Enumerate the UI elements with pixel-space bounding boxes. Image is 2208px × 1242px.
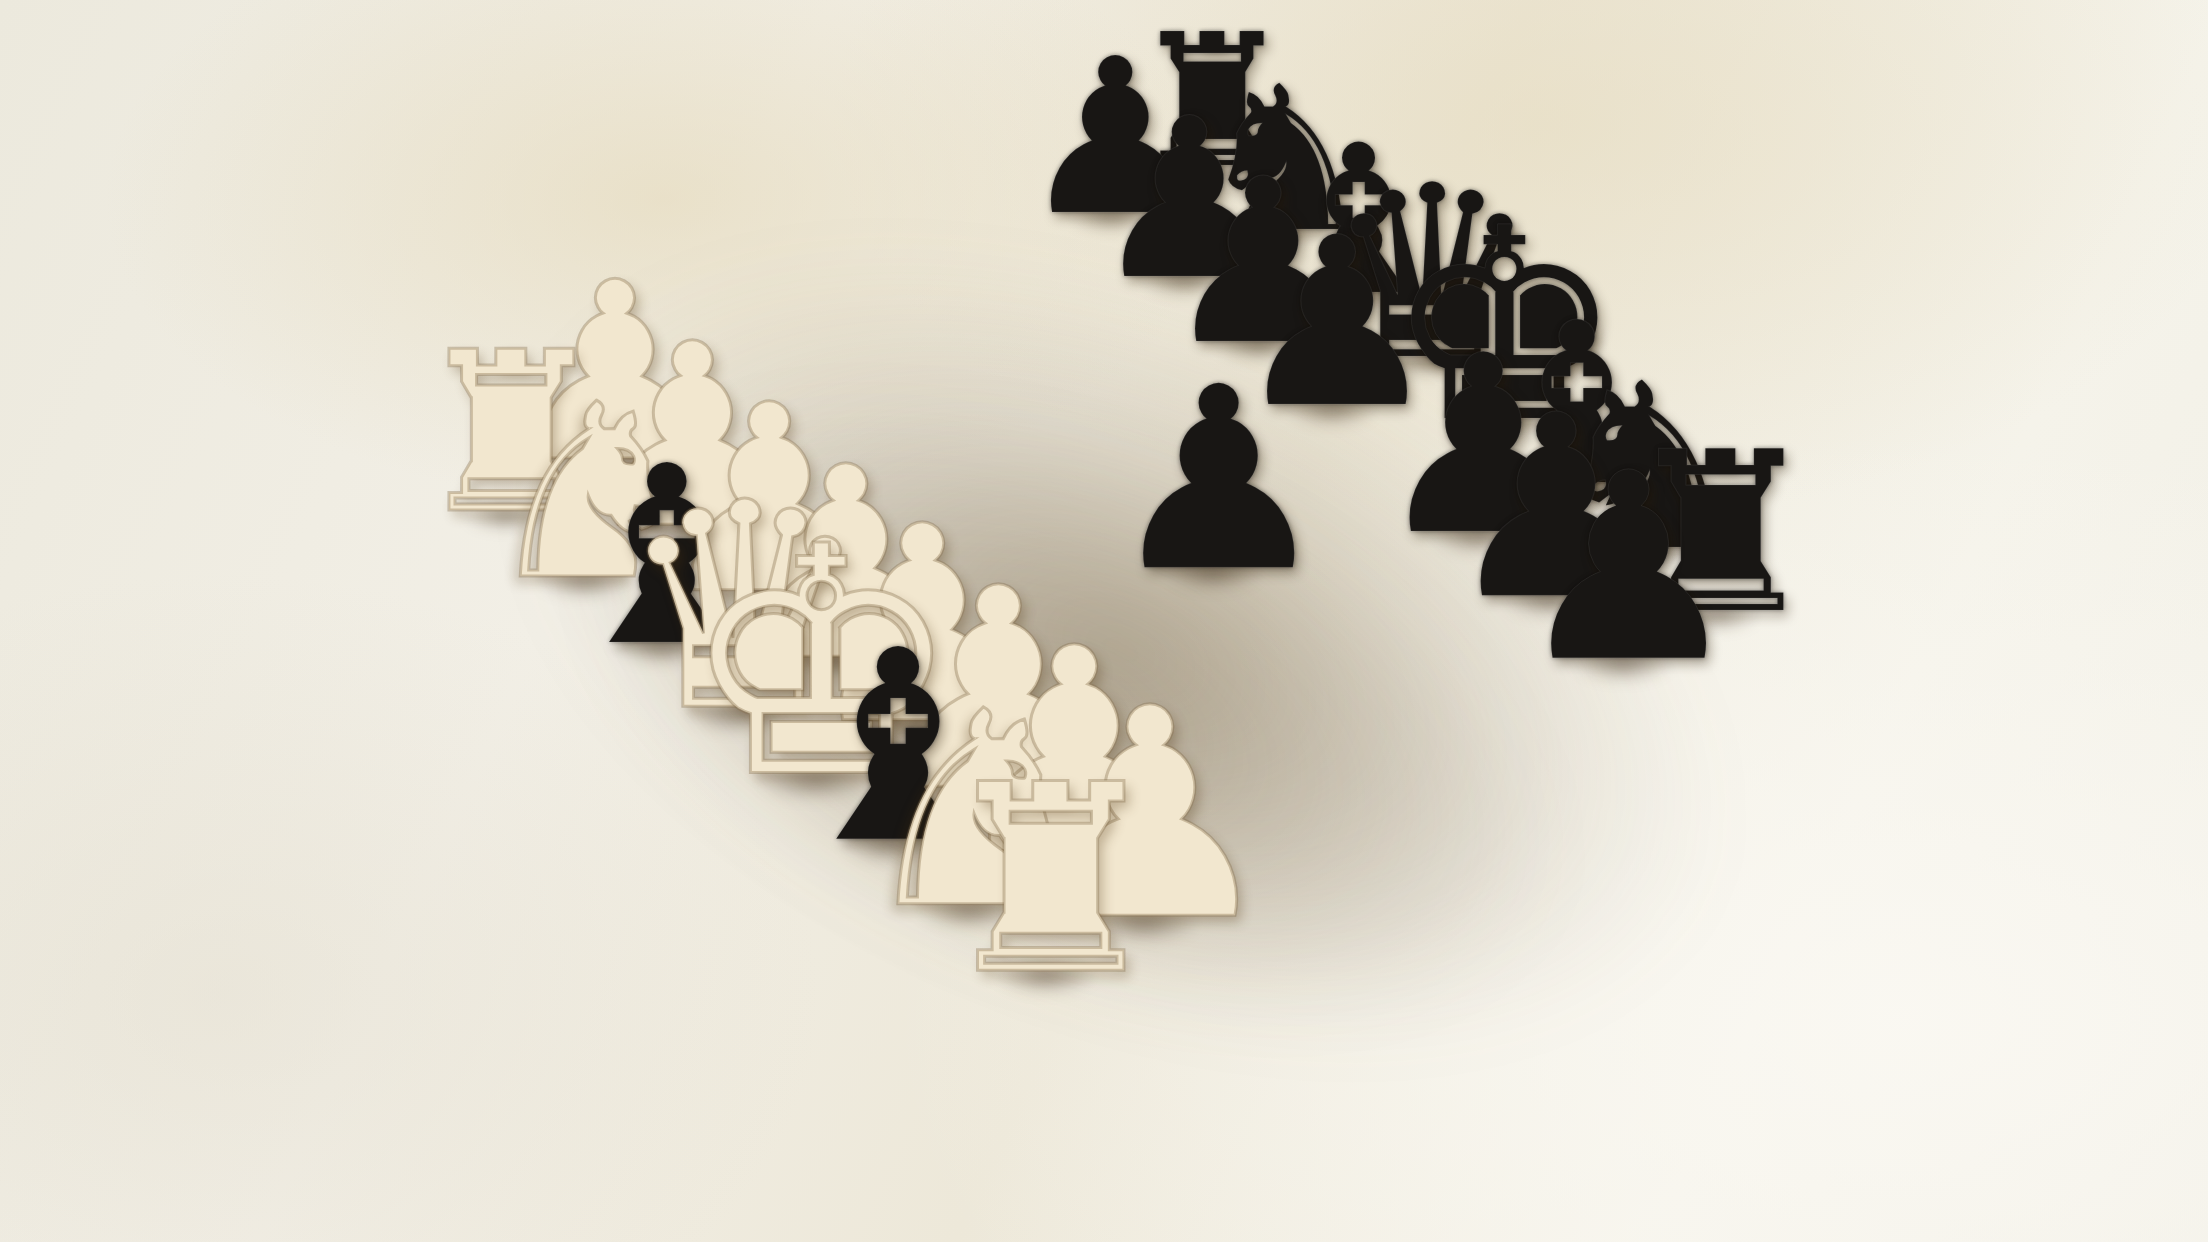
pieces-layer: ♜♞♝♛♚♝♞♜♟♟♟♟♟♟♟♟♟♟♟♟♟♟♟♟♜♞♝♛♚♝♞♜ <box>0 0 2208 1242</box>
piece-black-pawn-h7: ♟ <box>1513 440 1745 699</box>
piece-black-pawn-e5: ♟ <box>1105 354 1331 606</box>
scene: 88AA77BB66CC55DD44EE33FF22GG11HH ♜♞♝♛♚♝♞… <box>0 0 2208 1242</box>
piece-white-rook-h1: ♜ <box>934 750 1167 1010</box>
